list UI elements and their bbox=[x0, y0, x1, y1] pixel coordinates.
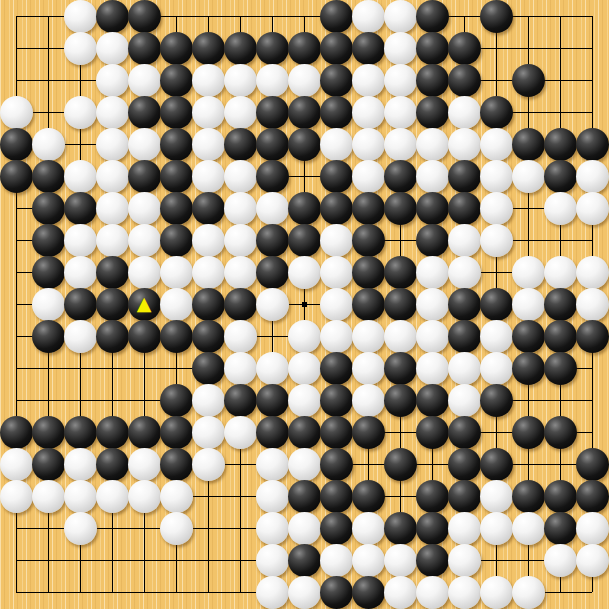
intersection[interactable] bbox=[480, 224, 512, 256]
intersection[interactable] bbox=[32, 96, 64, 128]
intersection[interactable] bbox=[160, 576, 192, 608]
intersection[interactable] bbox=[288, 416, 320, 448]
intersection[interactable] bbox=[96, 192, 128, 224]
intersection[interactable] bbox=[288, 512, 320, 544]
intersection[interactable] bbox=[352, 224, 384, 256]
intersection[interactable] bbox=[512, 352, 544, 384]
intersection[interactable] bbox=[96, 256, 128, 288]
intersection[interactable] bbox=[256, 448, 288, 480]
intersection[interactable] bbox=[576, 288, 608, 320]
intersection[interactable] bbox=[32, 32, 64, 64]
intersection[interactable] bbox=[384, 224, 416, 256]
intersection[interactable] bbox=[288, 256, 320, 288]
intersection[interactable] bbox=[32, 416, 64, 448]
intersection[interactable] bbox=[256, 288, 288, 320]
intersection[interactable] bbox=[416, 32, 448, 64]
intersection[interactable] bbox=[224, 576, 256, 608]
intersection[interactable] bbox=[448, 480, 480, 512]
intersection[interactable] bbox=[576, 352, 608, 384]
intersection[interactable] bbox=[0, 96, 32, 128]
intersection[interactable] bbox=[128, 32, 160, 64]
intersection[interactable] bbox=[416, 480, 448, 512]
intersection[interactable] bbox=[32, 192, 64, 224]
intersection[interactable] bbox=[384, 160, 416, 192]
intersection[interactable] bbox=[416, 544, 448, 576]
intersection[interactable] bbox=[160, 384, 192, 416]
intersection[interactable] bbox=[160, 288, 192, 320]
intersection[interactable] bbox=[416, 64, 448, 96]
intersection[interactable] bbox=[544, 512, 576, 544]
intersection[interactable] bbox=[544, 32, 576, 64]
intersection[interactable] bbox=[256, 256, 288, 288]
intersection[interactable] bbox=[32, 448, 64, 480]
intersection[interactable] bbox=[448, 160, 480, 192]
intersection[interactable] bbox=[320, 544, 352, 576]
intersection[interactable] bbox=[64, 256, 96, 288]
intersection[interactable] bbox=[384, 256, 416, 288]
intersection[interactable] bbox=[256, 128, 288, 160]
intersection[interactable] bbox=[192, 544, 224, 576]
intersection[interactable] bbox=[448, 384, 480, 416]
intersection[interactable] bbox=[320, 224, 352, 256]
intersection[interactable] bbox=[256, 96, 288, 128]
intersection[interactable] bbox=[576, 192, 608, 224]
intersection[interactable] bbox=[192, 128, 224, 160]
intersection[interactable] bbox=[320, 320, 352, 352]
intersection[interactable] bbox=[64, 32, 96, 64]
intersection[interactable] bbox=[192, 0, 224, 32]
intersection[interactable] bbox=[512, 32, 544, 64]
intersection[interactable] bbox=[384, 128, 416, 160]
intersection[interactable] bbox=[352, 256, 384, 288]
intersection[interactable] bbox=[160, 256, 192, 288]
intersection[interactable] bbox=[0, 256, 32, 288]
intersection[interactable] bbox=[64, 288, 96, 320]
intersection[interactable] bbox=[128, 192, 160, 224]
intersection[interactable] bbox=[448, 576, 480, 608]
intersection[interactable] bbox=[384, 96, 416, 128]
intersection[interactable] bbox=[0, 64, 32, 96]
intersection[interactable] bbox=[224, 512, 256, 544]
intersection[interactable] bbox=[320, 192, 352, 224]
intersection[interactable] bbox=[192, 480, 224, 512]
intersection[interactable] bbox=[576, 384, 608, 416]
intersection[interactable] bbox=[320, 448, 352, 480]
intersection[interactable] bbox=[416, 0, 448, 32]
intersection[interactable] bbox=[480, 512, 512, 544]
intersection[interactable] bbox=[96, 0, 128, 32]
intersection[interactable] bbox=[448, 224, 480, 256]
intersection[interactable] bbox=[384, 416, 416, 448]
intersection[interactable] bbox=[480, 0, 512, 32]
intersection[interactable] bbox=[96, 576, 128, 608]
intersection[interactable] bbox=[0, 224, 32, 256]
intersection[interactable] bbox=[96, 128, 128, 160]
intersection[interactable] bbox=[192, 576, 224, 608]
intersection[interactable] bbox=[64, 64, 96, 96]
intersection[interactable] bbox=[384, 448, 416, 480]
intersection[interactable] bbox=[352, 352, 384, 384]
go-board-grid[interactable]: ▲ bbox=[0, 0, 608, 608]
intersection[interactable] bbox=[224, 480, 256, 512]
intersection[interactable] bbox=[320, 288, 352, 320]
intersection[interactable] bbox=[576, 224, 608, 256]
intersection[interactable] bbox=[192, 96, 224, 128]
intersection[interactable] bbox=[448, 0, 480, 32]
intersection[interactable] bbox=[0, 544, 32, 576]
intersection[interactable] bbox=[288, 288, 320, 320]
intersection[interactable] bbox=[192, 192, 224, 224]
intersection[interactable] bbox=[0, 192, 32, 224]
intersection[interactable] bbox=[384, 384, 416, 416]
intersection[interactable] bbox=[128, 544, 160, 576]
intersection[interactable] bbox=[544, 224, 576, 256]
intersection[interactable] bbox=[160, 512, 192, 544]
intersection[interactable] bbox=[544, 160, 576, 192]
intersection[interactable] bbox=[512, 128, 544, 160]
intersection[interactable] bbox=[192, 32, 224, 64]
intersection[interactable] bbox=[96, 544, 128, 576]
intersection[interactable] bbox=[544, 64, 576, 96]
intersection[interactable] bbox=[192, 448, 224, 480]
intersection[interactable] bbox=[64, 416, 96, 448]
intersection[interactable] bbox=[576, 544, 608, 576]
intersection[interactable] bbox=[512, 96, 544, 128]
intersection[interactable] bbox=[352, 0, 384, 32]
intersection[interactable] bbox=[0, 576, 32, 608]
intersection[interactable] bbox=[96, 512, 128, 544]
intersection[interactable] bbox=[448, 544, 480, 576]
intersection[interactable] bbox=[288, 352, 320, 384]
intersection[interactable] bbox=[320, 480, 352, 512]
intersection[interactable] bbox=[544, 320, 576, 352]
intersection[interactable] bbox=[352, 512, 384, 544]
intersection[interactable] bbox=[320, 96, 352, 128]
intersection[interactable] bbox=[128, 224, 160, 256]
intersection[interactable] bbox=[96, 32, 128, 64]
intersection[interactable] bbox=[480, 288, 512, 320]
intersection[interactable] bbox=[288, 576, 320, 608]
intersection[interactable] bbox=[352, 128, 384, 160]
intersection[interactable] bbox=[224, 64, 256, 96]
intersection[interactable] bbox=[576, 32, 608, 64]
intersection[interactable] bbox=[224, 352, 256, 384]
intersection[interactable] bbox=[576, 512, 608, 544]
intersection[interactable]: ▲ bbox=[128, 288, 160, 320]
intersection[interactable] bbox=[224, 160, 256, 192]
intersection[interactable] bbox=[448, 96, 480, 128]
intersection[interactable] bbox=[576, 128, 608, 160]
intersection[interactable] bbox=[480, 576, 512, 608]
intersection[interactable] bbox=[320, 416, 352, 448]
intersection[interactable] bbox=[448, 352, 480, 384]
intersection[interactable] bbox=[288, 448, 320, 480]
intersection[interactable] bbox=[256, 544, 288, 576]
intersection[interactable] bbox=[576, 256, 608, 288]
intersection[interactable] bbox=[64, 160, 96, 192]
intersection[interactable] bbox=[32, 0, 64, 32]
intersection[interactable] bbox=[352, 544, 384, 576]
intersection[interactable] bbox=[96, 288, 128, 320]
intersection[interactable] bbox=[352, 576, 384, 608]
intersection[interactable] bbox=[192, 384, 224, 416]
intersection[interactable] bbox=[448, 448, 480, 480]
intersection[interactable] bbox=[64, 448, 96, 480]
intersection[interactable] bbox=[288, 480, 320, 512]
intersection[interactable] bbox=[512, 448, 544, 480]
intersection[interactable] bbox=[160, 416, 192, 448]
intersection[interactable] bbox=[480, 416, 512, 448]
intersection[interactable] bbox=[192, 416, 224, 448]
intersection[interactable] bbox=[416, 352, 448, 384]
intersection[interactable] bbox=[512, 544, 544, 576]
intersection[interactable] bbox=[384, 576, 416, 608]
intersection[interactable] bbox=[64, 192, 96, 224]
intersection[interactable] bbox=[320, 0, 352, 32]
intersection[interactable] bbox=[0, 352, 32, 384]
intersection[interactable] bbox=[416, 160, 448, 192]
intersection[interactable] bbox=[352, 320, 384, 352]
intersection[interactable] bbox=[480, 32, 512, 64]
intersection[interactable] bbox=[416, 192, 448, 224]
intersection[interactable] bbox=[256, 576, 288, 608]
intersection[interactable] bbox=[224, 32, 256, 64]
intersection[interactable] bbox=[288, 32, 320, 64]
intersection[interactable] bbox=[96, 416, 128, 448]
intersection[interactable] bbox=[352, 64, 384, 96]
intersection[interactable] bbox=[384, 288, 416, 320]
intersection[interactable] bbox=[224, 0, 256, 32]
intersection[interactable] bbox=[256, 512, 288, 544]
intersection[interactable] bbox=[512, 320, 544, 352]
intersection[interactable] bbox=[480, 448, 512, 480]
intersection[interactable] bbox=[224, 544, 256, 576]
intersection[interactable] bbox=[416, 512, 448, 544]
intersection[interactable] bbox=[480, 192, 512, 224]
intersection[interactable] bbox=[448, 64, 480, 96]
intersection[interactable] bbox=[128, 352, 160, 384]
intersection[interactable] bbox=[128, 576, 160, 608]
intersection[interactable] bbox=[64, 384, 96, 416]
intersection[interactable] bbox=[96, 320, 128, 352]
intersection[interactable] bbox=[0, 32, 32, 64]
intersection[interactable] bbox=[32, 384, 64, 416]
intersection[interactable] bbox=[160, 64, 192, 96]
intersection[interactable] bbox=[512, 416, 544, 448]
intersection[interactable] bbox=[320, 256, 352, 288]
intersection[interactable] bbox=[128, 480, 160, 512]
intersection[interactable] bbox=[384, 480, 416, 512]
intersection[interactable] bbox=[480, 480, 512, 512]
intersection[interactable] bbox=[192, 352, 224, 384]
intersection[interactable] bbox=[32, 160, 64, 192]
intersection[interactable] bbox=[416, 576, 448, 608]
intersection[interactable] bbox=[64, 512, 96, 544]
intersection[interactable] bbox=[512, 288, 544, 320]
intersection[interactable] bbox=[352, 448, 384, 480]
intersection[interactable] bbox=[416, 320, 448, 352]
intersection[interactable] bbox=[128, 128, 160, 160]
intersection[interactable] bbox=[64, 480, 96, 512]
intersection[interactable] bbox=[32, 128, 64, 160]
intersection[interactable] bbox=[320, 576, 352, 608]
intersection[interactable] bbox=[352, 480, 384, 512]
intersection[interactable] bbox=[32, 352, 64, 384]
intersection[interactable] bbox=[416, 288, 448, 320]
intersection[interactable] bbox=[256, 0, 288, 32]
intersection[interactable] bbox=[544, 352, 576, 384]
intersection[interactable] bbox=[416, 128, 448, 160]
intersection[interactable] bbox=[352, 96, 384, 128]
intersection[interactable] bbox=[480, 384, 512, 416]
intersection[interactable] bbox=[480, 160, 512, 192]
intersection[interactable] bbox=[192, 512, 224, 544]
intersection[interactable] bbox=[256, 160, 288, 192]
intersection[interactable] bbox=[96, 448, 128, 480]
intersection[interactable] bbox=[288, 320, 320, 352]
intersection[interactable] bbox=[352, 384, 384, 416]
intersection[interactable] bbox=[192, 288, 224, 320]
intersection[interactable] bbox=[160, 448, 192, 480]
intersection[interactable] bbox=[128, 0, 160, 32]
intersection[interactable] bbox=[0, 160, 32, 192]
intersection[interactable] bbox=[224, 96, 256, 128]
intersection[interactable] bbox=[512, 64, 544, 96]
intersection[interactable] bbox=[384, 0, 416, 32]
intersection[interactable] bbox=[576, 416, 608, 448]
intersection[interactable] bbox=[544, 256, 576, 288]
intersection[interactable] bbox=[352, 160, 384, 192]
intersection[interactable] bbox=[448, 288, 480, 320]
intersection[interactable] bbox=[160, 544, 192, 576]
intersection[interactable] bbox=[544, 480, 576, 512]
intersection[interactable] bbox=[256, 416, 288, 448]
intersection[interactable] bbox=[160, 32, 192, 64]
intersection[interactable] bbox=[576, 64, 608, 96]
intersection[interactable] bbox=[128, 512, 160, 544]
intersection[interactable] bbox=[224, 224, 256, 256]
intersection[interactable] bbox=[256, 64, 288, 96]
intersection[interactable] bbox=[0, 416, 32, 448]
intersection[interactable] bbox=[576, 0, 608, 32]
intersection[interactable] bbox=[160, 0, 192, 32]
intersection[interactable] bbox=[544, 96, 576, 128]
intersection[interactable] bbox=[480, 256, 512, 288]
intersection[interactable] bbox=[160, 160, 192, 192]
intersection[interactable] bbox=[0, 480, 32, 512]
intersection[interactable] bbox=[224, 192, 256, 224]
intersection[interactable] bbox=[320, 352, 352, 384]
intersection[interactable] bbox=[32, 512, 64, 544]
intersection[interactable] bbox=[160, 128, 192, 160]
intersection[interactable] bbox=[544, 544, 576, 576]
intersection[interactable] bbox=[480, 320, 512, 352]
intersection[interactable] bbox=[0, 320, 32, 352]
intersection[interactable] bbox=[448, 32, 480, 64]
intersection[interactable] bbox=[416, 416, 448, 448]
intersection[interactable] bbox=[224, 320, 256, 352]
intersection[interactable] bbox=[192, 160, 224, 192]
intersection[interactable] bbox=[352, 192, 384, 224]
intersection[interactable] bbox=[384, 192, 416, 224]
intersection[interactable] bbox=[96, 480, 128, 512]
intersection[interactable] bbox=[448, 128, 480, 160]
intersection[interactable] bbox=[384, 544, 416, 576]
intersection[interactable] bbox=[32, 576, 64, 608]
intersection[interactable] bbox=[192, 256, 224, 288]
intersection[interactable] bbox=[576, 576, 608, 608]
intersection[interactable] bbox=[192, 64, 224, 96]
intersection[interactable] bbox=[32, 288, 64, 320]
intersection[interactable] bbox=[416, 384, 448, 416]
intersection[interactable] bbox=[224, 128, 256, 160]
intersection[interactable] bbox=[384, 32, 416, 64]
intersection[interactable] bbox=[448, 512, 480, 544]
intersection[interactable] bbox=[0, 512, 32, 544]
intersection[interactable] bbox=[288, 128, 320, 160]
intersection[interactable] bbox=[384, 320, 416, 352]
intersection[interactable] bbox=[384, 352, 416, 384]
intersection[interactable] bbox=[512, 480, 544, 512]
intersection[interactable] bbox=[576, 320, 608, 352]
intersection[interactable] bbox=[64, 352, 96, 384]
intersection[interactable] bbox=[480, 352, 512, 384]
intersection[interactable] bbox=[0, 448, 32, 480]
intersection[interactable] bbox=[512, 0, 544, 32]
intersection[interactable] bbox=[96, 160, 128, 192]
intersection[interactable] bbox=[64, 128, 96, 160]
intersection[interactable] bbox=[544, 384, 576, 416]
intersection[interactable] bbox=[128, 160, 160, 192]
intersection[interactable] bbox=[544, 0, 576, 32]
intersection[interactable] bbox=[160, 224, 192, 256]
intersection[interactable] bbox=[480, 96, 512, 128]
intersection[interactable] bbox=[64, 544, 96, 576]
intersection[interactable] bbox=[576, 448, 608, 480]
intersection[interactable] bbox=[0, 128, 32, 160]
intersection[interactable] bbox=[512, 384, 544, 416]
intersection[interactable] bbox=[512, 224, 544, 256]
intersection[interactable] bbox=[448, 256, 480, 288]
intersection[interactable] bbox=[96, 384, 128, 416]
intersection[interactable] bbox=[96, 64, 128, 96]
intersection[interactable] bbox=[544, 448, 576, 480]
intersection[interactable] bbox=[576, 160, 608, 192]
intersection[interactable] bbox=[128, 64, 160, 96]
intersection[interactable] bbox=[32, 256, 64, 288]
intersection[interactable] bbox=[64, 0, 96, 32]
intersection[interactable] bbox=[320, 32, 352, 64]
intersection[interactable] bbox=[160, 96, 192, 128]
intersection[interactable] bbox=[480, 128, 512, 160]
intersection[interactable] bbox=[288, 544, 320, 576]
intersection[interactable] bbox=[320, 64, 352, 96]
intersection[interactable] bbox=[256, 224, 288, 256]
intersection[interactable] bbox=[256, 480, 288, 512]
intersection[interactable] bbox=[320, 384, 352, 416]
intersection[interactable] bbox=[224, 288, 256, 320]
intersection[interactable] bbox=[160, 320, 192, 352]
intersection[interactable] bbox=[288, 160, 320, 192]
intersection[interactable] bbox=[288, 224, 320, 256]
intersection[interactable] bbox=[288, 192, 320, 224]
intersection[interactable] bbox=[416, 96, 448, 128]
intersection[interactable] bbox=[64, 576, 96, 608]
intersection[interactable] bbox=[128, 320, 160, 352]
intersection[interactable] bbox=[224, 448, 256, 480]
intersection[interactable] bbox=[288, 0, 320, 32]
intersection[interactable] bbox=[512, 192, 544, 224]
